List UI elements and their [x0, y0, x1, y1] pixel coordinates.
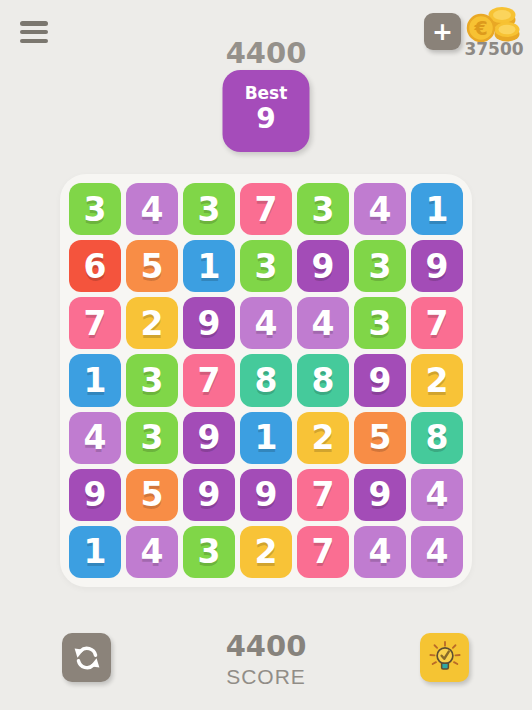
best-value: 9 [223, 103, 310, 135]
tile-r3c3[interactable]: 9 [183, 297, 235, 349]
tile-r1c6[interactable]: 4 [354, 183, 406, 235]
tile-r1c2[interactable]: 4 [126, 183, 178, 235]
euro-coins-icon: € [464, 4, 524, 42]
tile-r7c5[interactable]: 7 [297, 526, 349, 578]
tile-r4c3[interactable]: 7 [183, 354, 235, 406]
tile-r2c7[interactable]: 9 [411, 240, 463, 292]
game-board: 3437341651393972944371378892439125895997… [60, 174, 472, 587]
best-score-badge: Best 9 [223, 70, 310, 152]
tile-r1c3[interactable]: 3 [183, 183, 235, 235]
tile-r6c1[interactable]: 9 [69, 469, 121, 521]
tile-r7c1[interactable]: 1 [69, 526, 121, 578]
tile-r6c5[interactable]: 7 [297, 469, 349, 521]
tile-r3c7[interactable]: 7 [411, 297, 463, 349]
svg-text:€: € [473, 17, 487, 39]
tile-r4c4[interactable]: 8 [240, 354, 292, 406]
tile-r5c3[interactable]: 9 [183, 412, 235, 464]
tile-r2c2[interactable]: 5 [126, 240, 178, 292]
tile-r2c5[interactable]: 9 [297, 240, 349, 292]
board-grid: 3437341651393972944371378892439125895997… [69, 183, 463, 578]
tile-r2c3[interactable]: 1 [183, 240, 235, 292]
tile-r4c2[interactable]: 3 [126, 354, 178, 406]
tile-r1c1[interactable]: 3 [69, 183, 121, 235]
tile-r4c6[interactable]: 9 [354, 354, 406, 406]
tile-r1c7[interactable]: 1 [411, 183, 463, 235]
tile-r6c2[interactable]: 5 [126, 469, 178, 521]
add-coins-button[interactable]: + [424, 13, 461, 50]
tile-r1c4[interactable]: 7 [240, 183, 292, 235]
tile-r7c3[interactable]: 3 [183, 526, 235, 578]
tile-r5c1[interactable]: 4 [69, 412, 121, 464]
tile-r6c3[interactable]: 9 [183, 469, 235, 521]
tile-r6c6[interactable]: 9 [354, 469, 406, 521]
tile-r2c6[interactable]: 3 [354, 240, 406, 292]
hamburger-icon [20, 21, 48, 26]
tile-r7c2[interactable]: 4 [126, 526, 178, 578]
tile-r4c7[interactable]: 2 [411, 354, 463, 406]
tile-r5c5[interactable]: 2 [297, 412, 349, 464]
tile-r5c2[interactable]: 3 [126, 412, 178, 464]
tile-r7c4[interactable]: 2 [240, 526, 292, 578]
tile-r3c1[interactable]: 7 [69, 297, 121, 349]
tile-r4c5[interactable]: 8 [297, 354, 349, 406]
tile-r5c4[interactable]: 1 [240, 412, 292, 464]
lightbulb-icon [427, 640, 463, 676]
hamburger-icon [20, 30, 48, 35]
tile-r6c7[interactable]: 4 [411, 469, 463, 521]
hint-button[interactable] [420, 633, 469, 682]
tile-r2c4[interactable]: 3 [240, 240, 292, 292]
tile-r5c7[interactable]: 8 [411, 412, 463, 464]
tile-r2c1[interactable]: 6 [69, 240, 121, 292]
tile-r3c6[interactable]: 3 [354, 297, 406, 349]
tile-r7c6[interactable]: 4 [354, 526, 406, 578]
coin-balance-value: 37500 [458, 39, 530, 59]
tile-r7c7[interactable]: 4 [411, 526, 463, 578]
tile-r3c5[interactable]: 4 [297, 297, 349, 349]
best-label: Best [223, 83, 310, 103]
plus-icon: + [432, 17, 453, 46]
coin-balance-display: € [464, 4, 524, 42]
tile-r5c6[interactable]: 5 [354, 412, 406, 464]
game-screen: { "game": "number-merge-block-puzzle (7x… [0, 0, 532, 710]
tile-r3c4[interactable]: 4 [240, 297, 292, 349]
tile-r1c5[interactable]: 3 [297, 183, 349, 235]
tile-r6c4[interactable]: 9 [240, 469, 292, 521]
tile-r4c1[interactable]: 1 [69, 354, 121, 406]
tile-r3c2[interactable]: 2 [126, 297, 178, 349]
